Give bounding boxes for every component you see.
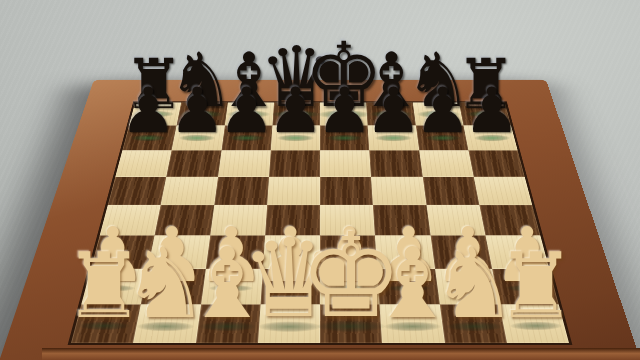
- square-e5[interactable]: [320, 177, 373, 205]
- square-a6[interactable]: [115, 150, 171, 176]
- square-h6[interactable]: [468, 150, 524, 176]
- square-c6[interactable]: [218, 150, 271, 176]
- square-d5[interactable]: [267, 177, 320, 205]
- square-a5[interactable]: [108, 177, 167, 205]
- square-c5[interactable]: [214, 177, 269, 205]
- square-e6[interactable]: [320, 150, 371, 176]
- piece-white-rook-h1[interactable]: ♜: [473, 242, 599, 332]
- square-f6[interactable]: [369, 150, 422, 176]
- board-frame-front-edge: [42, 348, 640, 360]
- square-d6[interactable]: [269, 150, 320, 176]
- square-h5[interactable]: [473, 177, 532, 205]
- chess-photo-scene: ♜♞♝♛♚♝♞♜♟♟♟♟♟♟♟♟♟♟♟♟♟♟♟♟♜♞♝♛♚♝♞♜: [0, 0, 640, 360]
- square-f5[interactable]: [371, 177, 426, 205]
- square-b6[interactable]: [167, 150, 222, 176]
- piece-black-pawn-h7[interactable]: ♟: [448, 80, 536, 143]
- square-g5[interactable]: [422, 177, 479, 205]
- square-b5[interactable]: [161, 177, 218, 205]
- square-g6[interactable]: [419, 150, 474, 176]
